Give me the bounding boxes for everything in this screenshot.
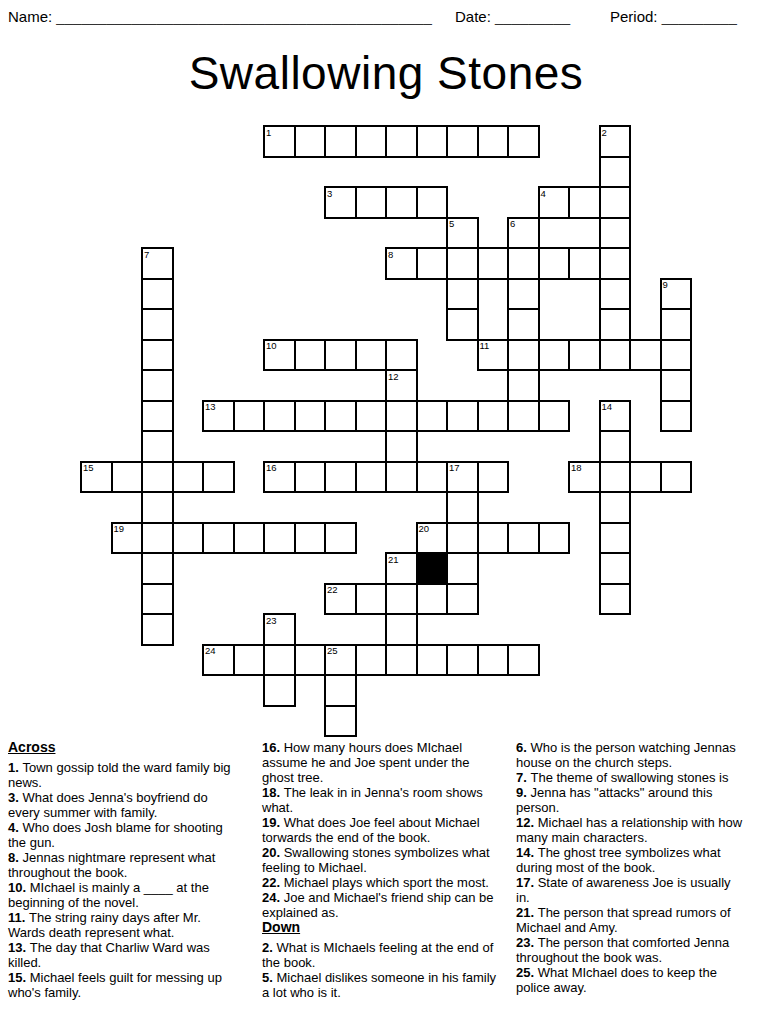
grid-cell[interactable] (477, 400, 510, 433)
grid-cell[interactable] (599, 247, 632, 280)
clue-15: 15. Michael feels guilt for messing up w… (8, 970, 240, 1000)
grid-cell[interactable] (599, 522, 632, 555)
grid-cell[interactable] (141, 369, 174, 402)
clue-4: 4. Who does Josh blame for shooting the … (8, 820, 240, 850)
clue-number-11: 11 (480, 341, 490, 351)
grid-cell[interactable] (141, 430, 174, 463)
grid-cell[interactable] (202, 461, 235, 494)
clue-number-24: 24 (205, 646, 216, 656)
clue-number-19: 19 (114, 524, 125, 534)
grid-cell[interactable] (416, 186, 449, 219)
clue-17: 17. State of awareness Joe is usually in… (516, 875, 746, 905)
clue-number-4: 4 (541, 189, 546, 199)
clue-number-25: 25 (327, 646, 338, 656)
grid-cell[interactable] (599, 430, 632, 463)
grid-cell[interactable] (355, 461, 388, 494)
grid-cell[interactable] (141, 491, 174, 524)
grid-cell[interactable] (141, 522, 174, 555)
grid-cell[interactable] (385, 583, 418, 616)
grid-cell[interactable] (294, 125, 327, 158)
across-header: Across (8, 740, 240, 755)
grid-cell[interactable] (172, 522, 205, 555)
grid-cell[interactable] (263, 400, 296, 433)
grid-cell[interactable] (599, 491, 632, 524)
grid-cell[interactable] (416, 583, 449, 616)
grid-cell[interactable] (263, 522, 296, 555)
grid-cell[interactable] (385, 461, 418, 494)
grid-cell[interactable] (507, 247, 540, 280)
grid-cell[interactable] (202, 522, 235, 555)
grid-cell[interactable] (294, 522, 327, 555)
grid-cell[interactable] (568, 247, 601, 280)
clue-1: 1. Town gossip told the ward family big … (8, 760, 240, 790)
grid-cell[interactable] (660, 369, 693, 402)
grid-cell[interactable] (446, 583, 479, 616)
grid-cell[interactable] (568, 186, 601, 219)
grid-cell[interactable] (599, 217, 632, 250)
grid-cell[interactable] (599, 278, 632, 311)
grid-cell[interactable] (538, 400, 571, 433)
clue-number-2: 2 (602, 128, 607, 138)
grid-cell[interactable] (477, 125, 510, 158)
clue-number-9: 9 (663, 280, 668, 290)
grid-cell[interactable] (416, 247, 449, 280)
clue-11: 11. The string rainy days after Mr. Ward… (8, 910, 240, 940)
grid-cell[interactable] (263, 674, 296, 707)
grid-cell[interactable] (660, 461, 693, 494)
clue-number-23: 23 (266, 616, 277, 626)
grid-cell[interactable] (324, 461, 357, 494)
grid-cell[interactable] (111, 461, 144, 494)
grid-cell[interactable] (294, 400, 327, 433)
grid-cell[interactable] (446, 308, 479, 341)
grid-cell[interactable] (507, 369, 540, 402)
grid-cell[interactable] (385, 339, 418, 372)
grid-cell[interactable] (355, 125, 388, 158)
grid-cell[interactable] (416, 400, 449, 433)
down-header: Down (262, 920, 502, 935)
clue-number-3: 3 (327, 189, 332, 199)
grid-cell[interactable] (324, 674, 357, 707)
clue-7: 7. The theme of swallowing stones is (516, 770, 746, 785)
clue-8: 8. Jennas nightmare represent what throu… (8, 850, 240, 880)
grid-cell[interactable] (599, 461, 632, 494)
grid-cell[interactable] (446, 644, 479, 677)
black-cell (416, 552, 449, 585)
grid-cell[interactable] (629, 339, 662, 372)
clue-23: 23. The person that comforted Jenna thro… (516, 935, 746, 965)
grid-cell[interactable] (446, 247, 479, 280)
grid-cell[interactable] (141, 552, 174, 585)
grid-cell[interactable] (416, 461, 449, 494)
grid-cell[interactable] (233, 400, 266, 433)
clue-number-21: 21 (388, 555, 399, 565)
grid-cell[interactable] (141, 400, 174, 433)
grid-cell[interactable] (507, 125, 540, 158)
grid-cell[interactable] (660, 308, 693, 341)
clue-13: 13. The day that Charliw Ward was killed… (8, 940, 240, 970)
grid-cell[interactable] (599, 156, 632, 189)
grid-cell[interactable] (599, 552, 632, 585)
grid-cell[interactable] (416, 644, 449, 677)
clue-number-6: 6 (510, 219, 515, 229)
grid-cell[interactable] (355, 339, 388, 372)
clue-14: 14. The ghost tree symbolizes what durin… (516, 845, 746, 875)
grid-cell[interactable] (355, 186, 388, 219)
grid-cell[interactable] (172, 461, 205, 494)
grid-cell[interactable] (141, 339, 174, 372)
grid-cell[interactable] (446, 278, 479, 311)
grid-cell[interactable] (507, 400, 540, 433)
clue-number-10: 10 (266, 341, 277, 351)
grid-cell[interactable] (507, 522, 540, 555)
clue-12: 12. Michael has a relationship with how … (516, 815, 746, 845)
clue-3: 3. What does Jenna's boyfriend do every … (8, 790, 240, 820)
crossword-grid: 1234567891011121314151617181920212223242… (0, 0, 772, 772)
grid-cell[interactable] (477, 522, 510, 555)
clue-number-14: 14 (602, 402, 613, 412)
clue-number-20: 20 (419, 524, 430, 534)
grid-cell[interactable] (263, 644, 296, 677)
grid-cell[interactable] (599, 308, 632, 341)
grid-cell[interactable] (233, 644, 266, 677)
clue-9: 9. Jenna has "attacks" around this perso… (516, 785, 746, 815)
grid-cell[interactable] (507, 308, 540, 341)
grid-cell[interactable] (294, 461, 327, 494)
grid-cell[interactable] (416, 125, 449, 158)
clue-5: 5. Michael dislikes someone in his famil… (262, 970, 502, 1000)
grid-cell[interactable] (568, 339, 601, 372)
grid-cell[interactable] (507, 644, 540, 677)
grid-cell[interactable] (324, 400, 357, 433)
grid-cell[interactable] (355, 644, 388, 677)
clue-18: 18. The leak in in Jenna's room shows wh… (262, 785, 502, 815)
grid-cell[interactable] (538, 247, 571, 280)
grid-cell[interactable] (324, 339, 357, 372)
grid-cell[interactable] (141, 308, 174, 341)
grid-cell[interactable] (294, 339, 327, 372)
clue-number-15: 15 (83, 463, 94, 473)
clue-number-22: 22 (327, 585, 338, 595)
grid-cell[interactable] (538, 339, 571, 372)
grid-cell[interactable] (446, 400, 479, 433)
clue-number-12: 12 (388, 372, 399, 382)
clue-21: 21. The person that spread rumors of Mic… (516, 905, 746, 935)
grid-cell[interactable] (141, 278, 174, 311)
grid-cell[interactable] (599, 583, 632, 616)
clue-10: 10. MIchael is mainly a ____ at the begi… (8, 880, 240, 910)
grid-cell[interactable] (385, 644, 418, 677)
clue-22: 22. Michael plays which sport the most. (262, 875, 502, 890)
grid-cell[interactable] (599, 186, 632, 219)
grid-cell[interactable] (660, 400, 693, 433)
grid-cell[interactable] (385, 400, 418, 433)
grid-cell[interactable] (446, 552, 479, 585)
grid-cell[interactable] (385, 613, 418, 646)
grid-cell[interactable] (660, 339, 693, 372)
clue-6: 6. Who is the person watching Jennas hou… (516, 740, 746, 770)
grid-cell[interactable] (507, 339, 540, 372)
grid-cell[interactable] (477, 644, 510, 677)
grid-cell[interactable] (477, 247, 510, 280)
clue-2: 2. What is MIchaels feeling at the end o… (262, 940, 502, 970)
grid-cell[interactable] (385, 186, 418, 219)
grid-cell[interactable] (446, 491, 479, 524)
clue-number-8: 8 (388, 250, 393, 260)
clue-25: 25. What MIchael does to keep the police… (516, 965, 746, 995)
grid-cell[interactable] (629, 461, 662, 494)
clue-24: 24. Joe and Michael's friend ship can be… (262, 890, 502, 920)
grid-cell[interactable] (355, 400, 388, 433)
clue-column-3: 6. Who is the person watching Jennas hou… (516, 740, 746, 995)
grid-cell[interactable] (324, 705, 357, 738)
clue-16: 16. How many hours does MIchael assume h… (262, 740, 502, 785)
grid-cell[interactable] (141, 461, 174, 494)
clue-number-18: 18 (571, 463, 582, 473)
grid-cell[interactable] (324, 522, 357, 555)
grid-cell[interactable] (385, 125, 418, 158)
clue-number-16: 16 (266, 463, 277, 473)
clue-number-17: 17 (449, 463, 460, 473)
clue-column-1: Across1. Town gossip told the ward famil… (8, 740, 240, 1000)
grid-cell[interactable] (294, 644, 327, 677)
grid-cell[interactable] (507, 278, 540, 311)
grid-cell[interactable] (385, 430, 418, 463)
grid-cell[interactable] (355, 583, 388, 616)
clue-column-2: 16. How many hours does MIchael assume h… (262, 740, 502, 1000)
grid-cell[interactable] (446, 522, 479, 555)
grid-cell[interactable] (141, 613, 174, 646)
clue-number-5: 5 (449, 219, 454, 229)
clue-20: 20. Swallowing stones symbolizes what fe… (262, 845, 502, 875)
grid-cell[interactable] (324, 125, 357, 158)
clue-number-1: 1 (266, 128, 271, 138)
clue-19: 19. What does Joe feel about Michael tor… (262, 815, 502, 845)
grid-cell[interactable] (477, 461, 510, 494)
grid-cell[interactable] (141, 583, 174, 616)
clue-number-13: 13 (205, 402, 216, 412)
grid-cell[interactable] (538, 522, 571, 555)
clue-number-7: 7 (144, 250, 149, 260)
grid-cell[interactable] (599, 339, 632, 372)
grid-cell[interactable] (233, 522, 266, 555)
grid-cell[interactable] (446, 125, 479, 158)
